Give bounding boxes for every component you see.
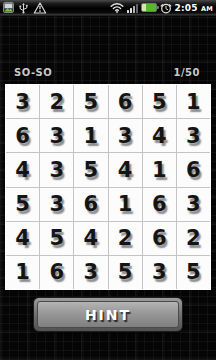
hint-button-label: HINT: [37, 301, 179, 328]
grid-cell-r2c4[interactable]: 3: [109, 119, 142, 152]
grid-cell-r4c4[interactable]: 1: [109, 188, 142, 221]
grid-cell-r1c2[interactable]: 2: [40, 85, 73, 118]
grid-cell-r6c5[interactable]: 3: [143, 256, 176, 289]
grid-cell-r5c4[interactable]: 2: [109, 222, 142, 255]
app-screen: 2:05 AM SO-SO 1/50 325651631343435416536…: [0, 0, 216, 360]
status-bar-right: 2:05 AM: [110, 2, 213, 14]
hint-button[interactable]: HINT: [33, 297, 183, 332]
grid-cell-r5c2[interactable]: 5: [40, 222, 73, 255]
grid-cell-r6c2[interactable]: 6: [40, 256, 73, 289]
board-grid: 325651631343435416536163454262163535: [6, 85, 210, 289]
wifi-icon: [110, 2, 124, 13]
grid-cell-r5c6[interactable]: 2: [177, 222, 210, 255]
grid-cell-r3c1[interactable]: 4: [6, 153, 39, 186]
grid-cell-r1c5[interactable]: 5: [143, 85, 176, 118]
grid-cell-r3c3[interactable]: 5: [74, 153, 107, 186]
grid-cell-r5c3[interactable]: 4: [74, 222, 107, 255]
warning-icon: [33, 2, 47, 14]
grid-cell-r5c1[interactable]: 4: [6, 222, 39, 255]
grid-cell-r2c6[interactable]: 3: [177, 119, 210, 152]
grid-cell-r6c6[interactable]: 5: [177, 256, 210, 289]
grid-cell-r2c1[interactable]: 6: [6, 119, 39, 152]
grid-cell-r5c5[interactable]: 6: [143, 222, 176, 255]
board: 325651631343435416536163454262163535: [5, 84, 211, 290]
grid-cell-r2c3[interactable]: 1: [74, 119, 107, 152]
grid-cell-r6c1[interactable]: 1: [6, 256, 39, 289]
grid-cell-r2c5[interactable]: 4: [143, 119, 176, 152]
usb-connected-icon: [18, 2, 29, 14]
battery-icon: [141, 3, 157, 12]
difficulty-label: SO-SO: [14, 67, 52, 78]
grid-cell-r1c6[interactable]: 1: [177, 85, 210, 118]
signal-strength-icon: [127, 3, 138, 13]
screenshot-notification-icon: [3, 2, 14, 13]
grid-cell-r1c4[interactable]: 6: [109, 85, 142, 118]
grid-cell-r2c2[interactable]: 3: [40, 119, 73, 152]
grid-cell-r1c1[interactable]: 3: [6, 85, 39, 118]
grid-cell-r4c2[interactable]: 3: [40, 188, 73, 221]
grid-cell-r1c3[interactable]: 5: [74, 85, 107, 118]
grid-cell-r4c1[interactable]: 5: [6, 188, 39, 221]
clock-text: 2:05 AM: [175, 3, 213, 13]
grid-cell-r3c5[interactable]: 1: [143, 153, 176, 186]
level-progress: 1/50: [173, 67, 200, 78]
grid-cell-r4c5[interactable]: 6: [143, 188, 176, 221]
grid-cell-r3c6[interactable]: 6: [177, 153, 210, 186]
alarm-icon: [160, 2, 172, 14]
status-bar-left: [3, 2, 47, 14]
grid-cell-r3c4[interactable]: 4: [109, 153, 142, 186]
game-header: SO-SO 1/50: [14, 64, 200, 78]
status-bar: 2:05 AM: [0, 0, 216, 16]
grid-cell-r3c2[interactable]: 3: [40, 153, 73, 186]
grid-cell-r6c3[interactable]: 3: [74, 256, 107, 289]
grid-cell-r4c3[interactable]: 6: [74, 188, 107, 221]
grid-cell-r6c4[interactable]: 5: [109, 256, 142, 289]
grid-cell-r4c6[interactable]: 3: [177, 188, 210, 221]
